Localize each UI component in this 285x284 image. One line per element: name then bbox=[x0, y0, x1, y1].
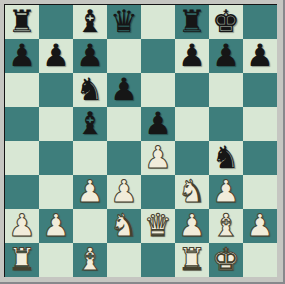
square-d4[interactable] bbox=[107, 141, 141, 175]
square-g5[interactable] bbox=[209, 107, 243, 141]
square-f8[interactable]: ♜ bbox=[175, 5, 209, 39]
square-g2[interactable]: ♝ bbox=[209, 209, 243, 243]
square-b2[interactable]: ♟ bbox=[39, 209, 73, 243]
square-d8[interactable]: ♛ bbox=[107, 5, 141, 39]
piece-black-pawn[interactable]: ♟ bbox=[76, 39, 104, 72]
square-c7[interactable]: ♟ bbox=[73, 39, 107, 73]
square-a6[interactable] bbox=[5, 73, 39, 107]
piece-black-bishop[interactable]: ♝ bbox=[76, 107, 104, 140]
square-g1[interactable]: ♚ bbox=[209, 243, 243, 277]
piece-black-pawn[interactable]: ♟ bbox=[212, 39, 240, 72]
square-a8[interactable]: ♜ bbox=[5, 5, 39, 39]
piece-black-rook[interactable]: ♜ bbox=[8, 5, 36, 38]
piece-white-queen[interactable]: ♛ bbox=[144, 209, 172, 242]
square-d6[interactable]: ♟ bbox=[107, 73, 141, 107]
square-e4[interactable]: ♟ bbox=[141, 141, 175, 175]
piece-white-pawn[interactable]: ♟ bbox=[76, 175, 104, 208]
square-e7[interactable] bbox=[141, 39, 175, 73]
square-e1[interactable] bbox=[141, 243, 175, 277]
square-e5[interactable]: ♟ bbox=[141, 107, 175, 141]
square-a5[interactable] bbox=[5, 107, 39, 141]
square-g3[interactable]: ♟ bbox=[209, 175, 243, 209]
piece-white-pawn[interactable]: ♟ bbox=[8, 209, 36, 242]
piece-black-rook[interactable]: ♜ bbox=[178, 5, 206, 38]
piece-white-knight[interactable]: ♞ bbox=[178, 175, 206, 208]
square-d1[interactable] bbox=[107, 243, 141, 277]
square-d7[interactable] bbox=[107, 39, 141, 73]
square-h3[interactable] bbox=[243, 175, 277, 209]
square-e8[interactable] bbox=[141, 5, 175, 39]
square-h2[interactable]: ♟ bbox=[243, 209, 277, 243]
piece-black-knight[interactable]: ♞ bbox=[76, 73, 104, 106]
piece-black-knight[interactable]: ♞ bbox=[212, 141, 240, 174]
piece-white-pawn[interactable]: ♟ bbox=[246, 209, 274, 242]
square-f5[interactable] bbox=[175, 107, 209, 141]
square-h4[interactable] bbox=[243, 141, 277, 175]
square-b3[interactable] bbox=[39, 175, 73, 209]
piece-white-pawn[interactable]: ♟ bbox=[42, 209, 70, 242]
piece-white-pawn[interactable]: ♟ bbox=[178, 209, 206, 242]
square-c8[interactable]: ♝ bbox=[73, 5, 107, 39]
square-b5[interactable] bbox=[39, 107, 73, 141]
square-g6[interactable] bbox=[209, 73, 243, 107]
piece-black-bishop[interactable]: ♝ bbox=[76, 5, 104, 38]
square-b8[interactable] bbox=[39, 5, 73, 39]
square-c4[interactable] bbox=[73, 141, 107, 175]
piece-white-knight[interactable]: ♞ bbox=[110, 209, 138, 242]
square-c2[interactable] bbox=[73, 209, 107, 243]
square-a3[interactable] bbox=[5, 175, 39, 209]
piece-black-pawn[interactable]: ♟ bbox=[144, 107, 172, 140]
square-a1[interactable]: ♜ bbox=[5, 243, 39, 277]
piece-black-king[interactable]: ♚ bbox=[212, 5, 240, 38]
piece-black-pawn[interactable]: ♟ bbox=[42, 39, 70, 72]
square-h8[interactable] bbox=[243, 5, 277, 39]
square-d3[interactable]: ♟ bbox=[107, 175, 141, 209]
square-f7[interactable]: ♟ bbox=[175, 39, 209, 73]
square-f4[interactable] bbox=[175, 141, 209, 175]
square-f3[interactable]: ♞ bbox=[175, 175, 209, 209]
square-c6[interactable]: ♞ bbox=[73, 73, 107, 107]
square-a2[interactable]: ♟ bbox=[5, 209, 39, 243]
piece-white-pawn[interactable]: ♟ bbox=[144, 141, 172, 174]
square-h1[interactable] bbox=[243, 243, 277, 277]
square-h6[interactable] bbox=[243, 73, 277, 107]
piece-black-queen[interactable]: ♛ bbox=[110, 5, 138, 38]
square-b4[interactable] bbox=[39, 141, 73, 175]
piece-black-pawn[interactable]: ♟ bbox=[8, 39, 36, 72]
square-f2[interactable]: ♟ bbox=[175, 209, 209, 243]
square-b1[interactable] bbox=[39, 243, 73, 277]
square-g8[interactable]: ♚ bbox=[209, 5, 243, 39]
square-e3[interactable] bbox=[141, 175, 175, 209]
square-e2[interactable]: ♛ bbox=[141, 209, 175, 243]
piece-black-pawn[interactable]: ♟ bbox=[110, 73, 138, 106]
piece-white-bishop[interactable]: ♝ bbox=[76, 243, 104, 276]
square-b6[interactable] bbox=[39, 73, 73, 107]
square-b7[interactable]: ♟ bbox=[39, 39, 73, 73]
square-c1[interactable]: ♝ bbox=[73, 243, 107, 277]
square-g7[interactable]: ♟ bbox=[209, 39, 243, 73]
piece-white-rook[interactable]: ♜ bbox=[178, 243, 206, 276]
square-g4[interactable]: ♞ bbox=[209, 141, 243, 175]
chess-board: ♜♝♛♜♚♟♟♟♟♟♟♞♟♝♟♟♞♟♟♞♟♟♟♞♛♟♝♟♜♝♜♚ bbox=[4, 4, 277, 277]
square-e6[interactable] bbox=[141, 73, 175, 107]
square-c3[interactable]: ♟ bbox=[73, 175, 107, 209]
square-f6[interactable] bbox=[175, 73, 209, 107]
square-c5[interactable]: ♝ bbox=[73, 107, 107, 141]
square-d2[interactable]: ♞ bbox=[107, 209, 141, 243]
square-d5[interactable] bbox=[107, 107, 141, 141]
piece-black-pawn[interactable]: ♟ bbox=[178, 39, 206, 72]
board-frame: ♜♝♛♜♚♟♟♟♟♟♟♞♟♝♟♟♞♟♟♞♟♟♟♞♛♟♝♟♜♝♜♚ bbox=[0, 0, 285, 284]
square-f1[interactable]: ♜ bbox=[175, 243, 209, 277]
piece-black-pawn[interactable]: ♟ bbox=[246, 39, 274, 72]
square-a4[interactable] bbox=[5, 141, 39, 175]
square-a7[interactable]: ♟ bbox=[5, 39, 39, 73]
piece-white-king[interactable]: ♚ bbox=[212, 243, 240, 276]
piece-white-bishop[interactable]: ♝ bbox=[212, 209, 240, 242]
piece-white-pawn[interactable]: ♟ bbox=[212, 175, 240, 208]
square-h7[interactable]: ♟ bbox=[243, 39, 277, 73]
square-h5[interactable] bbox=[243, 107, 277, 141]
piece-white-rook[interactable]: ♜ bbox=[8, 243, 36, 276]
piece-white-pawn[interactable]: ♟ bbox=[110, 175, 138, 208]
